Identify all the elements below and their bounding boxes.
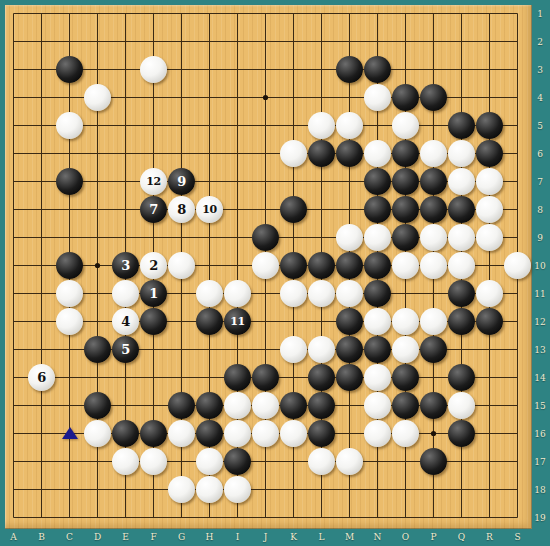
stone-black[interactable] (308, 252, 335, 279)
stone-black[interactable] (336, 308, 363, 335)
stone-white[interactable] (252, 252, 279, 279)
stone-black[interactable] (112, 420, 139, 447)
stone-white[interactable] (280, 336, 307, 363)
stone-white[interactable] (140, 448, 167, 475)
stone-black[interactable] (224, 364, 251, 391)
row-label: 10 (532, 261, 548, 271)
column-label: I (231, 532, 245, 542)
stone-white[interactable] (224, 280, 251, 307)
stone-black[interactable] (140, 196, 167, 223)
stone-white[interactable] (504, 252, 531, 279)
stone-white[interactable] (448, 224, 475, 251)
stone-black[interactable] (112, 336, 139, 363)
column-label: O (399, 532, 413, 542)
stone-white[interactable] (336, 280, 363, 307)
stone-black[interactable] (196, 420, 223, 447)
stone-black[interactable] (140, 280, 167, 307)
column-label: P (427, 532, 441, 542)
stone-white[interactable] (364, 308, 391, 335)
stone-white[interactable] (112, 280, 139, 307)
stone-white[interactable] (364, 84, 391, 111)
stone-black[interactable] (392, 140, 419, 167)
stone-black[interactable] (224, 308, 251, 335)
stone-black[interactable] (252, 364, 279, 391)
stone-black[interactable] (308, 140, 335, 167)
stone-black[interactable] (56, 252, 83, 279)
stone-black[interactable] (476, 308, 503, 335)
stone-black[interactable] (112, 252, 139, 279)
stone-white[interactable] (448, 392, 475, 419)
stone-white[interactable] (28, 364, 55, 391)
stone-white[interactable] (224, 476, 251, 503)
stone-white[interactable] (448, 252, 475, 279)
column-label: E (119, 532, 133, 542)
stone-black[interactable] (364, 196, 391, 223)
stone-white[interactable] (364, 392, 391, 419)
stone-white[interactable] (420, 140, 447, 167)
stone-white[interactable] (280, 420, 307, 447)
stone-black[interactable] (392, 364, 419, 391)
stone-black[interactable] (392, 224, 419, 251)
stone-black[interactable] (420, 392, 447, 419)
column-label: D (91, 532, 105, 542)
row-label: 1 (532, 9, 548, 19)
stone-black[interactable] (448, 280, 475, 307)
stone-white[interactable] (336, 224, 363, 251)
stone-white[interactable] (252, 392, 279, 419)
stone-black[interactable] (308, 392, 335, 419)
stone-black[interactable] (448, 112, 475, 139)
stone-black[interactable] (420, 84, 447, 111)
stone-black[interactable] (196, 392, 223, 419)
stone-black[interactable] (140, 420, 167, 447)
stone-black[interactable] (364, 336, 391, 363)
column-label: B (35, 532, 49, 542)
stone-white[interactable] (364, 224, 391, 251)
column-label: K (287, 532, 301, 542)
stone-white[interactable] (280, 140, 307, 167)
stone-white[interactable] (476, 168, 503, 195)
row-label: 8 (532, 205, 548, 215)
stone-black[interactable] (476, 140, 503, 167)
column-label: S (511, 532, 525, 542)
stone-black[interactable] (56, 168, 83, 195)
column-label: F (147, 532, 161, 542)
row-label: 15 (532, 401, 548, 411)
stone-white[interactable] (392, 308, 419, 335)
row-label: 7 (532, 177, 548, 187)
stone-black[interactable] (140, 308, 167, 335)
row-label: 18 (532, 485, 548, 495)
stone-black[interactable] (420, 196, 447, 223)
stone-black[interactable] (448, 364, 475, 391)
stone-white[interactable] (448, 140, 475, 167)
stone-white[interactable] (84, 84, 111, 111)
stone-white[interactable] (420, 252, 447, 279)
row-label: 4 (532, 93, 548, 103)
stone-white[interactable] (112, 448, 139, 475)
stone-black[interactable] (280, 252, 307, 279)
row-label: 5 (532, 121, 548, 131)
column-label: L (315, 532, 329, 542)
stone-white[interactable] (364, 140, 391, 167)
column-label: Q (455, 532, 469, 542)
stone-white[interactable] (56, 308, 83, 335)
row-label: 17 (532, 457, 548, 467)
stone-white[interactable] (168, 252, 195, 279)
stone-white[interactable] (140, 56, 167, 83)
row-label: 2 (532, 37, 548, 47)
stone-black[interactable] (420, 336, 447, 363)
stone-white[interactable] (308, 448, 335, 475)
stone-black[interactable] (56, 56, 83, 83)
stone-black[interactable] (168, 168, 195, 195)
stone-black[interactable] (364, 252, 391, 279)
stone-white[interactable] (224, 420, 251, 447)
stone-white[interactable] (392, 112, 419, 139)
row-label: 19 (532, 513, 548, 523)
column-label: N (371, 532, 385, 542)
stone-white[interactable] (308, 280, 335, 307)
stone-white[interactable] (476, 224, 503, 251)
stone-black[interactable] (392, 196, 419, 223)
column-label: J (259, 532, 273, 542)
stone-black[interactable] (448, 308, 475, 335)
stone-white[interactable] (336, 448, 363, 475)
stone-black[interactable] (420, 448, 447, 475)
stone-black[interactable] (168, 392, 195, 419)
stone-white[interactable] (56, 112, 83, 139)
row-label: 16 (532, 429, 548, 439)
go-board-frame: 123456789101112 ABCDEFGHIJKLMNOPQRS 1234… (0, 0, 550, 546)
stone-white[interactable] (112, 308, 139, 335)
stone-black[interactable] (448, 420, 475, 447)
stone-white[interactable] (308, 112, 335, 139)
stone-white[interactable] (168, 420, 195, 447)
stone-black[interactable] (196, 308, 223, 335)
stone-black[interactable] (420, 168, 447, 195)
stone-white[interactable] (308, 336, 335, 363)
stone-black[interactable] (392, 84, 419, 111)
row-label: 12 (532, 317, 548, 327)
stone-black[interactable] (364, 56, 391, 83)
row-label: 9 (532, 233, 548, 243)
row-label: 3 (532, 65, 548, 75)
stone-black[interactable] (364, 280, 391, 307)
stone-black[interactable] (252, 224, 279, 251)
stone-black[interactable] (476, 112, 503, 139)
stone-white[interactable] (336, 112, 363, 139)
stone-white[interactable] (140, 252, 167, 279)
stone-white[interactable] (476, 280, 503, 307)
stone-white[interactable] (168, 476, 195, 503)
stone-white[interactable] (168, 196, 195, 223)
stone-white[interactable] (196, 448, 223, 475)
row-label: 13 (532, 345, 548, 355)
stone-black[interactable] (336, 252, 363, 279)
stone-white[interactable] (252, 420, 279, 447)
row-label: 11 (532, 289, 548, 299)
stone-white[interactable] (392, 252, 419, 279)
stone-white[interactable] (56, 280, 83, 307)
stone-black[interactable] (308, 364, 335, 391)
stone-black[interactable] (308, 420, 335, 447)
triangle-marker (62, 427, 78, 439)
stone-black[interactable] (280, 196, 307, 223)
stone-white[interactable] (420, 224, 447, 251)
stone-black[interactable] (224, 448, 251, 475)
stone-white[interactable] (196, 196, 223, 223)
stone-black[interactable] (84, 392, 111, 419)
column-label: A (7, 532, 21, 542)
stone-white[interactable] (392, 336, 419, 363)
row-label: 6 (532, 149, 548, 159)
stone-black[interactable] (280, 392, 307, 419)
stone-black[interactable] (336, 56, 363, 83)
stone-black[interactable] (336, 336, 363, 363)
stone-white[interactable] (140, 168, 167, 195)
stone-black[interactable] (392, 168, 419, 195)
column-label: C (63, 532, 77, 542)
stone-black[interactable] (84, 336, 111, 363)
stone-black[interactable] (448, 196, 475, 223)
column-label: H (203, 532, 217, 542)
stone-white[interactable] (280, 280, 307, 307)
column-label: M (343, 532, 357, 542)
stone-white[interactable] (420, 308, 447, 335)
stone-white[interactable] (196, 280, 223, 307)
stone-white[interactable] (448, 168, 475, 195)
column-label: G (175, 532, 189, 542)
stone-black[interactable] (336, 140, 363, 167)
row-label: 14 (532, 373, 548, 383)
stone-white[interactable] (392, 420, 419, 447)
stone-white[interactable] (224, 392, 251, 419)
stone-white[interactable] (196, 476, 223, 503)
stone-white[interactable] (84, 420, 111, 447)
stone-white[interactable] (364, 364, 391, 391)
stone-black[interactable] (392, 392, 419, 419)
column-label: R (483, 532, 497, 542)
stone-white[interactable] (364, 420, 391, 447)
stone-white[interactable] (476, 196, 503, 223)
stone-black[interactable] (364, 168, 391, 195)
stone-black[interactable] (336, 364, 363, 391)
